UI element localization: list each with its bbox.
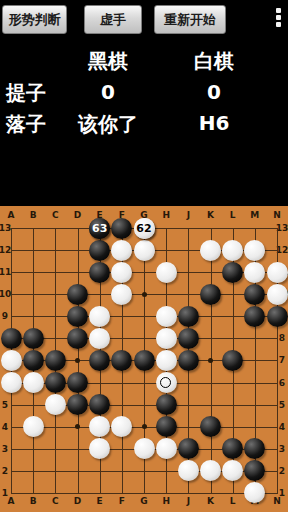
- column-label: J: [187, 210, 190, 220]
- black-stone: [244, 284, 265, 305]
- black-stone: [178, 328, 199, 349]
- overflow-menu-icon[interactable]: [272, 6, 284, 34]
- black-stone: [45, 350, 66, 371]
- pass-button[interactable]: 虚手: [84, 5, 142, 34]
- white-stone: [89, 416, 110, 437]
- white-stone: [1, 372, 22, 393]
- white-stone: [267, 262, 288, 283]
- black-stone: [222, 262, 243, 283]
- black-stone: [244, 460, 265, 481]
- white-stone: [156, 438, 177, 459]
- restart-button[interactable]: 重新开始: [154, 5, 226, 34]
- column-label: G: [140, 496, 147, 506]
- white-stone: [134, 240, 155, 261]
- black-stone: [23, 350, 44, 371]
- black-stone: [23, 328, 44, 349]
- row-label: 12: [0, 245, 11, 255]
- white-stone: [1, 350, 22, 371]
- column-label: E: [97, 496, 103, 506]
- white-stone: [244, 482, 265, 503]
- column-label: H: [162, 496, 170, 506]
- white-stone: [23, 372, 44, 393]
- black-stone: [178, 350, 199, 371]
- column-label: J: [187, 496, 190, 506]
- black-stone: [178, 306, 199, 327]
- row-label: 3: [279, 444, 285, 454]
- white-stone: [244, 240, 265, 261]
- white-stone: [89, 306, 110, 327]
- row-label: 13: [0, 223, 11, 233]
- black-stone: [200, 416, 221, 437]
- white-captures-value: 0: [158, 80, 270, 104]
- white-stone: [156, 306, 177, 327]
- white-stone: [23, 416, 44, 437]
- black-stone: [222, 438, 243, 459]
- black-stone: [222, 350, 243, 371]
- move-number-stone: 63: [89, 218, 110, 239]
- black-stone: [1, 328, 22, 349]
- black-stone: [200, 284, 221, 305]
- column-label: C: [52, 210, 59, 220]
- star-point: [142, 424, 147, 429]
- black-stone: [111, 350, 132, 371]
- row-label: 4: [2, 422, 8, 432]
- white-stone: [156, 328, 177, 349]
- white-stone: [111, 284, 132, 305]
- column-label: B: [30, 496, 37, 506]
- star-point: [75, 358, 80, 363]
- black-stone: [111, 218, 132, 239]
- column-label: M: [250, 210, 259, 220]
- menu-dot: [276, 22, 281, 27]
- white-stone: [89, 328, 110, 349]
- white-stone: [222, 240, 243, 261]
- go-board[interactable]: AA1313BB1212CC1111DD1010EE99FF88GG77HH66…: [0, 206, 288, 512]
- column-label: L: [230, 496, 236, 506]
- column-label: K: [207, 210, 214, 220]
- white-stone: [244, 262, 265, 283]
- column-label: D: [74, 496, 81, 506]
- column-label: C: [52, 496, 59, 506]
- column-label: A: [8, 210, 15, 220]
- black-stone: [67, 306, 88, 327]
- column-label: F: [119, 496, 125, 506]
- column-label: K: [207, 496, 214, 506]
- star-point: [142, 292, 147, 297]
- row-label: 2: [2, 466, 8, 476]
- row-label: 9: [2, 311, 8, 321]
- menu-dot: [276, 15, 281, 20]
- white-stone: [267, 284, 288, 305]
- white-stone: [111, 262, 132, 283]
- app-screen: 形势判断 虚手 重新开始 黑棋 白棋 提子 0 0 落子 该你了 H6 AA13…: [0, 0, 288, 512]
- row-label: 1: [2, 488, 8, 498]
- black-stone: [156, 416, 177, 437]
- white-stone: [111, 240, 132, 261]
- row-label: 6: [279, 378, 285, 388]
- black-stone: [67, 284, 88, 305]
- row-label: 1: [279, 488, 285, 498]
- white-column-header: 白棋: [158, 48, 270, 75]
- row-label: 3: [2, 444, 8, 454]
- grid-line-h: [11, 493, 278, 494]
- black-stone: [89, 240, 110, 261]
- black-stone: [67, 394, 88, 415]
- last-move-marker: [160, 377, 171, 388]
- black-stone: [89, 394, 110, 415]
- menu-dot: [276, 8, 281, 13]
- black-stone: [267, 306, 288, 327]
- black-stone: [89, 350, 110, 371]
- column-label: H: [162, 210, 170, 220]
- row-label: 5: [2, 400, 8, 410]
- white-stone: [156, 350, 177, 371]
- white-stone: [156, 262, 177, 283]
- black-stone: [156, 394, 177, 415]
- black-stone: [67, 372, 88, 393]
- black-move-status: 该你了: [48, 111, 168, 138]
- star-point: [208, 358, 213, 363]
- white-stone: [89, 438, 110, 459]
- row-label: 11: [0, 267, 11, 277]
- white-stone: [222, 460, 243, 481]
- black-stone: [89, 262, 110, 283]
- black-stone: [45, 372, 66, 393]
- row-label: 4: [279, 422, 285, 432]
- row-label: 5: [279, 400, 285, 410]
- column-label: N: [273, 210, 281, 220]
- black-stone: [244, 306, 265, 327]
- white-stone: [45, 394, 66, 415]
- row-label: 2: [279, 466, 285, 476]
- column-label: B: [30, 210, 37, 220]
- black-stone: [178, 438, 199, 459]
- column-label: L: [230, 210, 236, 220]
- row-label: 8: [279, 333, 285, 343]
- black-captures-value: 0: [48, 80, 168, 104]
- situation-judge-button[interactable]: 形势判断: [2, 5, 67, 34]
- white-stone: [178, 460, 199, 481]
- column-label: A: [8, 496, 15, 506]
- black-stone: [244, 438, 265, 459]
- white-stone: [134, 438, 155, 459]
- white-stone: [200, 460, 221, 481]
- row-label: 7: [279, 355, 285, 365]
- column-label: D: [74, 210, 81, 220]
- white-last-move: H6: [158, 111, 270, 135]
- star-point: [75, 424, 80, 429]
- white-stone: [200, 240, 221, 261]
- black-column-header: 黑棋: [48, 48, 168, 75]
- black-stone: [67, 328, 88, 349]
- move-number-stone: 62: [134, 218, 155, 239]
- white-stone: [111, 416, 132, 437]
- row-label: 10: [0, 289, 11, 299]
- black-stone: [134, 350, 155, 371]
